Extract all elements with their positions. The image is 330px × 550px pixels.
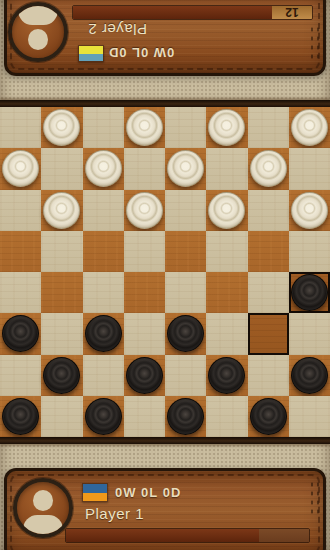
square-c6[interactable] xyxy=(83,190,124,231)
square-f4[interactable] xyxy=(206,272,247,313)
checker-black[interactable] xyxy=(126,357,163,394)
stitch-dots xyxy=(309,480,320,517)
square-a8[interactable] xyxy=(0,107,41,148)
top-player-avatar xyxy=(8,2,68,62)
checker-black[interactable] xyxy=(167,315,204,352)
square-d6[interactable] xyxy=(124,190,165,231)
top-timer-fill xyxy=(73,6,272,19)
checker-black[interactable] xyxy=(2,315,39,352)
square-c2[interactable] xyxy=(83,355,124,396)
checker-white[interactable] xyxy=(126,109,163,146)
square-e3[interactable] xyxy=(165,313,206,354)
checker-white[interactable] xyxy=(43,109,80,146)
square-e5[interactable] xyxy=(165,231,206,272)
top-player-timer-bar: 12 xyxy=(72,5,313,20)
square-h2[interactable] xyxy=(289,355,330,396)
checker-white[interactable] xyxy=(250,150,287,187)
stitch-dots xyxy=(309,25,320,62)
checker-white[interactable] xyxy=(208,192,245,229)
checker-black[interactable] xyxy=(85,315,122,352)
square-e7[interactable] xyxy=(165,148,206,189)
bottom-player-timer-bar xyxy=(65,528,310,543)
square-a1[interactable] xyxy=(0,396,41,437)
checker-white[interactable] xyxy=(167,150,204,187)
square-g3[interactable] xyxy=(248,313,289,354)
square-c4[interactable] xyxy=(83,272,124,313)
checker-white[interactable] xyxy=(291,192,328,229)
square-h5[interactable] xyxy=(289,231,330,272)
square-c7[interactable] xyxy=(83,148,124,189)
bottom-player-record: 0W 0L 0D xyxy=(115,485,181,500)
checker-black[interactable] xyxy=(291,274,328,311)
square-g7[interactable] xyxy=(248,148,289,189)
checker-white[interactable] xyxy=(208,109,245,146)
square-e2[interactable] xyxy=(165,355,206,396)
square-a7[interactable] xyxy=(0,148,41,189)
square-g2[interactable] xyxy=(248,355,289,396)
checker-white[interactable] xyxy=(126,192,163,229)
checker-black[interactable] xyxy=(43,357,80,394)
square-h6[interactable] xyxy=(289,190,330,231)
game-screen: 12 Player 2 0W 0L 0D 0W 0L 0D Player xyxy=(0,0,330,550)
bottom-player-panel: 0W 0L 0D Player 1 xyxy=(4,468,326,550)
checker-black[interactable] xyxy=(85,398,122,435)
board-bottom-edge xyxy=(0,437,330,444)
checker-black[interactable] xyxy=(2,398,39,435)
square-h4[interactable] xyxy=(289,272,330,313)
checker-white[interactable] xyxy=(43,192,80,229)
square-f7[interactable] xyxy=(206,148,247,189)
square-e1[interactable] xyxy=(165,396,206,437)
square-d2[interactable] xyxy=(124,355,165,396)
square-a6[interactable] xyxy=(0,190,41,231)
square-a4[interactable] xyxy=(0,272,41,313)
top-player-record: 0W 0L 0D xyxy=(108,45,174,60)
top-player-flag xyxy=(78,45,104,62)
square-d4[interactable] xyxy=(124,272,165,313)
square-g6[interactable] xyxy=(248,190,289,231)
square-b6[interactable] xyxy=(41,190,82,231)
square-d7[interactable] xyxy=(124,148,165,189)
square-d8[interactable] xyxy=(124,107,165,148)
square-b8[interactable] xyxy=(41,107,82,148)
flag-stripe xyxy=(83,493,107,502)
square-h1[interactable] xyxy=(289,396,330,437)
square-b3[interactable] xyxy=(41,313,82,354)
square-d5[interactable] xyxy=(124,231,165,272)
square-f6[interactable] xyxy=(206,190,247,231)
square-c5[interactable] xyxy=(83,231,124,272)
top-player-panel: 12 Player 2 0W 0L 0D xyxy=(4,0,326,76)
square-g1[interactable] xyxy=(248,396,289,437)
square-f1[interactable] xyxy=(206,396,247,437)
square-g5[interactable] xyxy=(248,231,289,272)
top-pieces-count: 12 xyxy=(272,6,312,19)
checker-black[interactable] xyxy=(208,357,245,394)
square-c1[interactable] xyxy=(83,396,124,437)
person-icon xyxy=(17,482,69,534)
square-b4[interactable] xyxy=(41,272,82,313)
square-f5[interactable] xyxy=(206,231,247,272)
bottom-player-flag xyxy=(82,483,108,502)
checker-white[interactable] xyxy=(85,150,122,187)
square-e8[interactable] xyxy=(165,107,206,148)
square-f3[interactable] xyxy=(206,313,247,354)
square-d1[interactable] xyxy=(124,396,165,437)
square-d3[interactable] xyxy=(124,313,165,354)
checker-black[interactable] xyxy=(250,398,287,435)
square-f8[interactable] xyxy=(206,107,247,148)
square-c8[interactable] xyxy=(83,107,124,148)
bottom-player-avatar xyxy=(13,478,73,538)
flag-stripe xyxy=(79,46,103,54)
top-player-name: Player 2 xyxy=(88,21,147,38)
square-a3[interactable] xyxy=(0,313,41,354)
flag-stripe xyxy=(79,54,103,62)
square-e4[interactable] xyxy=(165,272,206,313)
person-icon xyxy=(12,6,64,58)
square-h3[interactable] xyxy=(289,313,330,354)
bottom-player-name: Player 1 xyxy=(85,505,144,522)
square-a5[interactable] xyxy=(0,231,41,272)
square-e6[interactable] xyxy=(165,190,206,231)
bottom-pieces-count xyxy=(259,529,309,542)
checker-white[interactable] xyxy=(2,150,39,187)
checker-black[interactable] xyxy=(167,398,204,435)
board-top-edge xyxy=(0,100,330,107)
square-b1[interactable] xyxy=(41,396,82,437)
square-h8[interactable] xyxy=(289,107,330,148)
square-f2[interactable] xyxy=(206,355,247,396)
square-b5[interactable] xyxy=(41,231,82,272)
bottom-timer-fill xyxy=(66,529,259,542)
checker-white[interactable] xyxy=(291,109,328,146)
square-b7[interactable] xyxy=(41,148,82,189)
square-g8[interactable] xyxy=(248,107,289,148)
square-h7[interactable] xyxy=(289,148,330,189)
square-c3[interactable] xyxy=(83,313,124,354)
flag-stripe xyxy=(83,484,107,493)
square-a2[interactable] xyxy=(0,355,41,396)
square-g4[interactable] xyxy=(248,272,289,313)
checkers-board xyxy=(0,107,330,437)
square-b2[interactable] xyxy=(41,355,82,396)
checker-black[interactable] xyxy=(291,357,328,394)
